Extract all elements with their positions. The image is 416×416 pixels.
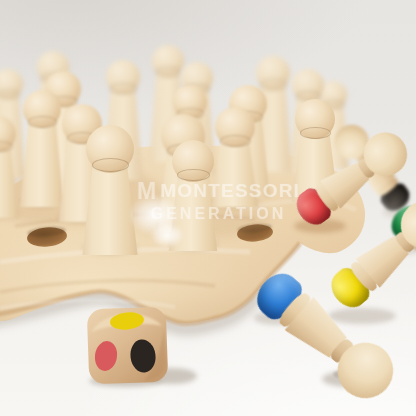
cast-shadow xyxy=(383,206,413,218)
wool-fluff xyxy=(150,222,184,248)
watermark-text2: GENERATION xyxy=(96,204,341,223)
color-die xyxy=(87,307,169,385)
memory-chess-product-photo: M MONTESSORI GENERATION xyxy=(0,0,416,416)
watermark-line1: M MONTESSORI xyxy=(96,181,341,201)
cast-shadow xyxy=(333,369,367,379)
brand-m-icon: M xyxy=(137,181,157,201)
cast-shadow xyxy=(384,240,416,254)
cast-shadow xyxy=(328,308,396,324)
cast-shadow xyxy=(254,311,298,325)
watermark-text1: MONTESSORI xyxy=(160,181,300,201)
watermark: M MONTESSORI GENERATION xyxy=(96,181,341,223)
